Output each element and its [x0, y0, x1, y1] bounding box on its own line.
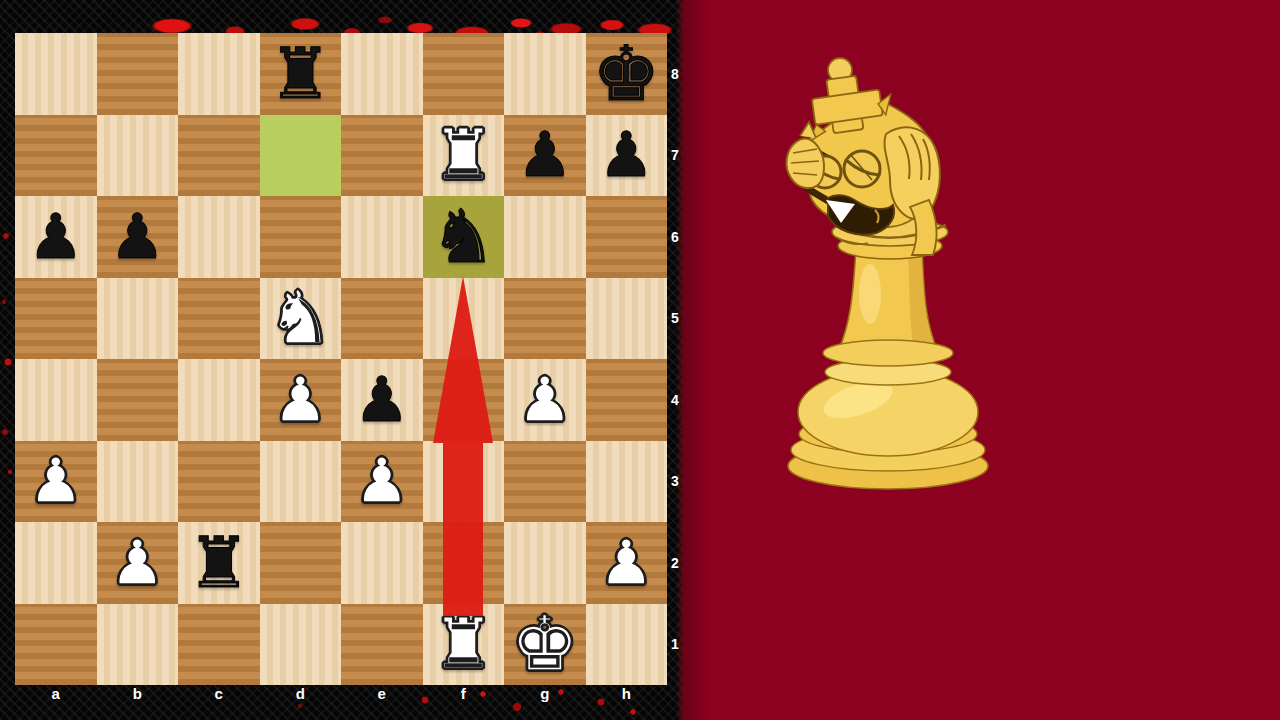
board: ♜♚♜♟♟♟♟♞♞♟♟♟♟♟♟♜♟♜♚: [15, 33, 667, 685]
square-f3[interactable]: [423, 441, 505, 523]
file-label-f: f: [423, 685, 505, 705]
square-g3[interactable]: [504, 441, 586, 523]
square-e1[interactable]: [341, 604, 423, 686]
square-h5[interactable]: [586, 278, 668, 360]
square-f2[interactable]: [423, 522, 505, 604]
square-d6[interactable]: [260, 196, 342, 278]
rank-label-3: 3: [667, 441, 683, 523]
file-label-d: d: [260, 685, 342, 705]
rank-label-7: 7: [667, 115, 683, 197]
black-king[interactable]: ♚: [592, 36, 660, 112]
square-h3[interactable]: [586, 441, 668, 523]
file-label-c: c: [178, 685, 260, 705]
square-c1[interactable]: [178, 604, 260, 686]
square-f8[interactable]: [423, 33, 505, 115]
square-a8[interactable]: [15, 33, 97, 115]
square-h1[interactable]: [586, 604, 668, 686]
square-f7[interactable]: ♜: [423, 115, 505, 197]
square-f1[interactable]: ♜: [423, 604, 505, 686]
square-e4[interactable]: ♟: [341, 359, 423, 441]
square-c5[interactable]: [178, 278, 260, 360]
square-b8[interactable]: [97, 33, 179, 115]
file-label-e: e: [341, 685, 423, 705]
square-c6[interactable]: [178, 196, 260, 278]
file-label-g: g: [504, 685, 586, 705]
square-f6[interactable]: ♞: [423, 196, 505, 278]
square-h2[interactable]: ♟: [586, 522, 668, 604]
square-e5[interactable]: [341, 278, 423, 360]
white-knight[interactable]: ♞: [267, 281, 333, 355]
square-b1[interactable]: [97, 604, 179, 686]
square-g4[interactable]: ♟: [504, 359, 586, 441]
white-pawn[interactable]: ♟: [28, 450, 84, 512]
square-b6[interactable]: ♟: [97, 196, 179, 278]
white-king[interactable]: ♚: [511, 606, 579, 682]
square-f5[interactable]: [423, 278, 505, 360]
square-e8[interactable]: [341, 33, 423, 115]
square-b7[interactable]: [97, 115, 179, 197]
rank-label-4: 4: [667, 359, 683, 441]
square-f4[interactable]: [423, 359, 505, 441]
rank-label-1: 1: [667, 604, 683, 686]
square-a2[interactable]: [15, 522, 97, 604]
scared-king-illustration: [778, 50, 998, 500]
rank-label-2: 2: [667, 522, 683, 604]
square-a3[interactable]: ♟: [15, 441, 97, 523]
white-pawn[interactable]: ♟: [354, 450, 410, 512]
red-splatter-left-decoration: [0, 0, 15, 720]
white-rook[interactable]: ♜: [432, 120, 495, 190]
black-knight[interactable]: ♞: [430, 200, 496, 274]
file-label-b: b: [97, 685, 179, 705]
square-b3[interactable]: [97, 441, 179, 523]
square-b4[interactable]: [97, 359, 179, 441]
file-label-h: h: [586, 685, 668, 705]
white-pawn[interactable]: ♟: [598, 532, 654, 594]
square-c8[interactable]: [178, 33, 260, 115]
square-g6[interactable]: [504, 196, 586, 278]
rank-labels: 87654321: [667, 33, 683, 685]
square-d5[interactable]: ♞: [260, 278, 342, 360]
white-pawn[interactable]: ♟: [109, 532, 165, 594]
file-labels: abcdefgh: [15, 685, 667, 705]
white-pawn[interactable]: ♟: [517, 369, 573, 431]
square-e7[interactable]: [341, 115, 423, 197]
square-c3[interactable]: [178, 441, 260, 523]
square-c2[interactable]: ♜: [178, 522, 260, 604]
square-e6[interactable]: [341, 196, 423, 278]
square-d4[interactable]: ♟: [260, 359, 342, 441]
square-b2[interactable]: ♟: [97, 522, 179, 604]
square-d7[interactable]: [260, 115, 342, 197]
red-splatter-top-decoration: [0, 6, 683, 34]
square-a7[interactable]: [15, 115, 97, 197]
black-pawn[interactable]: ♟: [354, 369, 410, 431]
square-e3[interactable]: ♟: [341, 441, 423, 523]
black-pawn[interactable]: ♟: [109, 206, 165, 268]
rank-label-5: 5: [667, 278, 683, 360]
white-pawn[interactable]: ♟: [272, 369, 328, 431]
square-c7[interactable]: [178, 115, 260, 197]
square-d3[interactable]: [260, 441, 342, 523]
square-a6[interactable]: ♟: [15, 196, 97, 278]
square-g1[interactable]: ♚: [504, 604, 586, 686]
square-g5[interactable]: [504, 278, 586, 360]
square-b5[interactable]: [97, 278, 179, 360]
square-a4[interactable]: [15, 359, 97, 441]
rank-label-8: 8: [667, 33, 683, 115]
square-e2[interactable]: [341, 522, 423, 604]
square-a5[interactable]: [15, 278, 97, 360]
square-g8[interactable]: [504, 33, 586, 115]
black-rook[interactable]: ♜: [187, 528, 250, 598]
white-rook[interactable]: ♜: [432, 609, 495, 679]
square-h8[interactable]: ♚: [586, 33, 668, 115]
square-g2[interactable]: [504, 522, 586, 604]
square-h6[interactable]: [586, 196, 668, 278]
square-d8[interactable]: ♜: [260, 33, 342, 115]
file-label-a: a: [15, 685, 97, 705]
right-panel: [683, 0, 1280, 720]
square-c4[interactable]: [178, 359, 260, 441]
black-rook[interactable]: ♜: [269, 39, 332, 109]
black-pawn[interactable]: ♟: [28, 206, 84, 268]
square-h7[interactable]: ♟: [586, 115, 668, 197]
black-pawn[interactable]: ♟: [598, 124, 654, 186]
rank-label-6: 6: [667, 196, 683, 278]
square-h4[interactable]: [586, 359, 668, 441]
square-a1[interactable]: [15, 604, 97, 686]
square-g7[interactable]: ♟: [504, 115, 586, 197]
square-d2[interactable]: [260, 522, 342, 604]
square-d1[interactable]: [260, 604, 342, 686]
board-stage: ♜♚♜♟♟♟♟♞♞♟♟♟♟♟♟♜♟♜♚ abcdefgh 87654321: [0, 0, 683, 720]
black-pawn[interactable]: ♟: [517, 124, 573, 186]
